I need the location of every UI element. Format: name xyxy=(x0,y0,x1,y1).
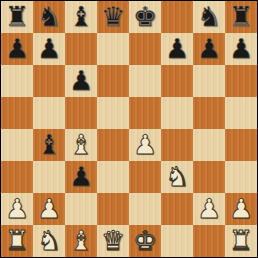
square-b1[interactable]: ♞ xyxy=(33,225,65,257)
square-b2[interactable]: ♟ xyxy=(33,193,65,225)
square-b4[interactable]: ♝ xyxy=(33,129,65,161)
square-f4[interactable] xyxy=(161,129,193,161)
square-h3[interactable] xyxy=(225,161,257,193)
piece-white-queen[interactable]: ♛ xyxy=(101,225,125,257)
square-e4[interactable]: ♟ xyxy=(129,129,161,161)
square-b6[interactable] xyxy=(33,65,65,97)
square-g7[interactable]: ♟ xyxy=(193,33,225,65)
piece-black-bishop[interactable]: ♝ xyxy=(69,1,93,33)
piece-white-pawn[interactable]: ♟ xyxy=(5,193,29,225)
square-b8[interactable]: ♞ xyxy=(33,1,65,33)
piece-black-queen[interactable]: ♛ xyxy=(101,1,125,33)
square-f6[interactable] xyxy=(161,65,193,97)
square-h6[interactable] xyxy=(225,65,257,97)
square-d4[interactable] xyxy=(97,129,129,161)
piece-black-pawn[interactable]: ♟ xyxy=(69,161,93,193)
square-f2[interactable] xyxy=(161,193,193,225)
square-b7[interactable]: ♟ xyxy=(33,33,65,65)
square-a1[interactable]: ♜ xyxy=(1,225,33,257)
piece-black-knight[interactable]: ♞ xyxy=(37,1,61,33)
square-e1[interactable]: ♚ xyxy=(129,225,161,257)
square-c6[interactable]: ♟ xyxy=(65,65,97,97)
square-h2[interactable]: ♟ xyxy=(225,193,257,225)
piece-black-pawn[interactable]: ♟ xyxy=(165,33,189,65)
square-d7[interactable] xyxy=(97,33,129,65)
piece-black-knight[interactable]: ♞ xyxy=(197,1,221,33)
square-g4[interactable] xyxy=(193,129,225,161)
square-g6[interactable] xyxy=(193,65,225,97)
chess-board: ♜♞♝♛♚♞♜♟♟♟♟♟♟♝♝♟♟♞♟♟♟♟♜♞♝♛♚♜ xyxy=(0,0,258,258)
piece-white-knight[interactable]: ♞ xyxy=(165,161,189,193)
square-a6[interactable] xyxy=(1,65,33,97)
square-d8[interactable]: ♛ xyxy=(97,1,129,33)
square-e6[interactable] xyxy=(129,65,161,97)
square-b5[interactable] xyxy=(33,97,65,129)
square-c8[interactable]: ♝ xyxy=(65,1,97,33)
square-f3[interactable]: ♞ xyxy=(161,161,193,193)
piece-white-pawn[interactable]: ♟ xyxy=(229,193,253,225)
square-d2[interactable] xyxy=(97,193,129,225)
square-e8[interactable]: ♚ xyxy=(129,1,161,33)
square-c2[interactable] xyxy=(65,193,97,225)
square-a3[interactable] xyxy=(1,161,33,193)
square-a5[interactable] xyxy=(1,97,33,129)
square-h5[interactable] xyxy=(225,97,257,129)
piece-black-pawn[interactable]: ♟ xyxy=(69,65,93,97)
square-a7[interactable]: ♟ xyxy=(1,33,33,65)
piece-white-bishop[interactable]: ♝ xyxy=(69,225,93,257)
piece-white-rook[interactable]: ♜ xyxy=(229,225,253,257)
square-c4[interactable]: ♝ xyxy=(65,129,97,161)
square-e5[interactable] xyxy=(129,97,161,129)
piece-white-bishop[interactable]: ♝ xyxy=(69,129,93,161)
piece-white-pawn[interactable]: ♟ xyxy=(133,129,157,161)
piece-black-rook[interactable]: ♜ xyxy=(5,1,29,33)
piece-black-bishop[interactable]: ♝ xyxy=(37,129,61,161)
square-a4[interactable] xyxy=(1,129,33,161)
piece-white-rook[interactable]: ♜ xyxy=(5,225,29,257)
square-h8[interactable]: ♜ xyxy=(225,1,257,33)
square-c1[interactable]: ♝ xyxy=(65,225,97,257)
piece-black-pawn[interactable]: ♟ xyxy=(37,33,61,65)
piece-black-pawn[interactable]: ♟ xyxy=(5,33,29,65)
square-d6[interactable] xyxy=(97,65,129,97)
piece-white-pawn[interactable]: ♟ xyxy=(197,193,221,225)
square-h4[interactable] xyxy=(225,129,257,161)
piece-white-pawn[interactable]: ♟ xyxy=(37,193,61,225)
square-f8[interactable] xyxy=(161,1,193,33)
square-c7[interactable] xyxy=(65,33,97,65)
square-h1[interactable]: ♜ xyxy=(225,225,257,257)
square-d3[interactable] xyxy=(97,161,129,193)
square-c3[interactable]: ♟ xyxy=(65,161,97,193)
square-d5[interactable] xyxy=(97,97,129,129)
square-g1[interactable] xyxy=(193,225,225,257)
square-e7[interactable] xyxy=(129,33,161,65)
square-e3[interactable] xyxy=(129,161,161,193)
piece-black-king[interactable]: ♚ xyxy=(133,1,157,33)
square-g8[interactable]: ♞ xyxy=(193,1,225,33)
piece-black-pawn[interactable]: ♟ xyxy=(197,33,221,65)
piece-white-knight[interactable]: ♞ xyxy=(37,225,61,257)
square-f5[interactable] xyxy=(161,97,193,129)
square-a2[interactable]: ♟ xyxy=(1,193,33,225)
square-e2[interactable] xyxy=(129,193,161,225)
piece-black-rook[interactable]: ♜ xyxy=(229,1,253,33)
square-g3[interactable] xyxy=(193,161,225,193)
square-g5[interactable] xyxy=(193,97,225,129)
piece-black-pawn[interactable]: ♟ xyxy=(229,33,253,65)
chess-board-window: ♜♞♝♛♚♞♜♟♟♟♟♟♟♝♝♟♟♞♟♟♟♟♜♞♝♛♚♜ xyxy=(0,0,258,258)
square-a8[interactable]: ♜ xyxy=(1,1,33,33)
square-c5[interactable] xyxy=(65,97,97,129)
square-d1[interactable]: ♛ xyxy=(97,225,129,257)
square-f1[interactable] xyxy=(161,225,193,257)
square-f7[interactable]: ♟ xyxy=(161,33,193,65)
piece-white-king[interactable]: ♚ xyxy=(133,225,157,257)
square-h7[interactable]: ♟ xyxy=(225,33,257,65)
square-b3[interactable] xyxy=(33,161,65,193)
square-g2[interactable]: ♟ xyxy=(193,193,225,225)
